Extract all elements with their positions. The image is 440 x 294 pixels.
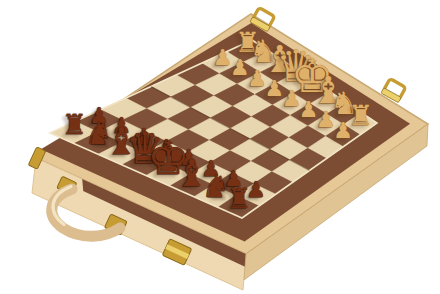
chess-case	[0, 0, 440, 294]
chess-set-photo: ♜♞♝♛♚♝♞♜♟♟♟♟♟♟♟♟♟♟♟♟♟♟♟♟♜♞♝♛♚♝♞♜	[0, 0, 440, 294]
